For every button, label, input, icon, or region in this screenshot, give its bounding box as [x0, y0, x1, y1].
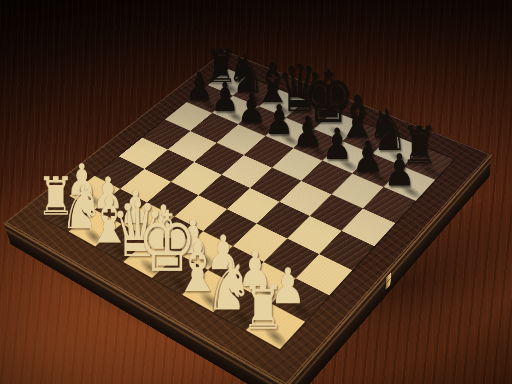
square-h1[interactable]: ♜ — [246, 304, 305, 349]
board-squares: ♜♞♝♛♚♝♞♜♟♟♟♟♟♟♟♟♟♟♟♟♟♟♟♟♜♞♝♛♚♝♞♜ — [43, 69, 454, 349]
box-latch-icon — [385, 272, 391, 290]
white-rook[interactable]: ♜ — [218, 276, 307, 339]
board-box: ♜♞♝♛♚♝♞♜♟♟♟♟♟♟♟♟♟♟♟♟♟♟♟♟♜♞♝♛♚♝♞♜ — [4, 50, 491, 384]
square-h7[interactable]: ♟ — [383, 166, 435, 201]
table-surface: ♜♞♝♛♚♝♞♜♟♟♟♟♟♟♟♟♟♟♟♟♟♟♟♟♜♞♝♛♚♝♞♜ — [0, 0, 512, 384]
black-pawn[interactable]: ♟ — [361, 147, 439, 194]
